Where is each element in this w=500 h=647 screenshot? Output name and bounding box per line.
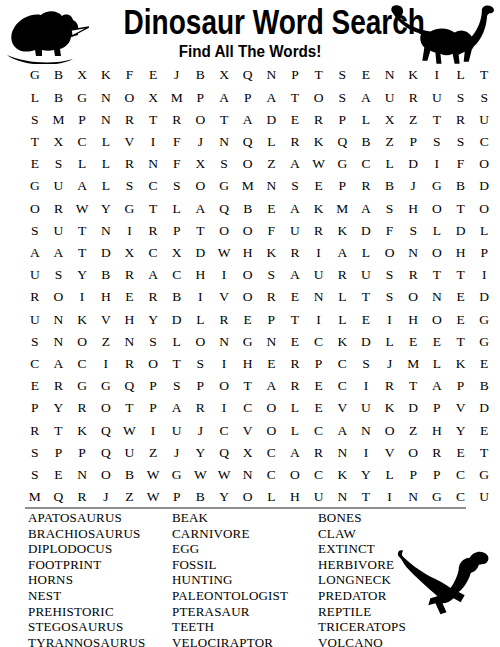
grid-cell-r7c2[interactable]: R [47, 197, 71, 219]
grid-cell-r14c12[interactable]: R [283, 353, 307, 375]
grid-cell-r10c6[interactable]: A [141, 264, 165, 286]
grid-cell-r9c19[interactable]: H [449, 242, 473, 264]
grid-cell-r16c4[interactable]: O [94, 397, 118, 419]
grid-cell-r20c20[interactable]: U [472, 486, 496, 508]
grid-cell-r15c13[interactable]: E [307, 375, 331, 397]
grid-cell-r9c9[interactable]: W [212, 242, 236, 264]
grid-cell-r20c19[interactable]: C [449, 486, 473, 508]
grid-cell-r18c14[interactable]: N [330, 441, 354, 463]
grid-cell-r15c7[interactable]: S [165, 375, 189, 397]
grid-cell-r12c7[interactable]: D [165, 308, 189, 330]
grid-cell-r2c19[interactable]: S [449, 86, 473, 108]
grid-cell-r1c12[interactable]: P [283, 64, 307, 86]
grid-cell-r13c9[interactable]: N [212, 330, 236, 352]
grid-cell-r18c11[interactable]: C [259, 441, 283, 463]
grid-cell-r10c3[interactable]: Y [70, 264, 94, 286]
grid-cell-r6c4[interactable]: L [94, 175, 118, 197]
grid-cell-r20c12[interactable]: H [283, 486, 307, 508]
grid-cell-r12c10[interactable]: E [236, 308, 260, 330]
grid-cell-r14c10[interactable]: H [236, 353, 260, 375]
grid-cell-r19c14[interactable]: K [330, 464, 354, 486]
grid-cell-r8c17[interactable]: S [401, 219, 425, 241]
grid-cell-r16c3[interactable]: R [70, 397, 94, 419]
grid-cell-r19c15[interactable]: Y [354, 464, 378, 486]
grid-cell-r18c8[interactable]: Y [189, 441, 213, 463]
grid-cell-r11c18[interactable]: N [425, 286, 449, 308]
grid-cell-r15c16[interactable]: R [378, 375, 402, 397]
grid-cell-r3c10[interactable]: A [236, 108, 260, 130]
grid-cell-r20c4[interactable]: J [94, 486, 118, 508]
grid-cell-r9c17[interactable]: N [401, 242, 425, 264]
grid-cell-r1c10[interactable]: Q [236, 64, 260, 86]
grid-cell-r14c7[interactable]: T [165, 353, 189, 375]
grid-cell-r7c6[interactable]: T [141, 197, 165, 219]
grid-cell-r2c17[interactable]: R [401, 86, 425, 108]
grid-cell-r18c16[interactable]: V [378, 441, 402, 463]
grid-cell-r10c5[interactable]: R [118, 264, 142, 286]
grid-cell-r11c1[interactable]: R [23, 286, 47, 308]
grid-cell-r15c20[interactable]: B [472, 375, 496, 397]
grid-cell-r19c4[interactable]: O [94, 464, 118, 486]
grid-cell-r9c15[interactable]: L [354, 242, 378, 264]
grid-cell-r7c17[interactable]: H [401, 197, 425, 219]
grid-cell-r13c5[interactable]: N [118, 330, 142, 352]
grid-cell-r3c8[interactable]: O [189, 108, 213, 130]
grid-cell-r2c6[interactable]: X [141, 86, 165, 108]
grid-cell-r4c4[interactable]: L [94, 131, 118, 153]
grid-cell-r1c11[interactable]: N [259, 64, 283, 86]
grid-cell-r19c2[interactable]: E [47, 464, 71, 486]
grid-cell-r2c9[interactable]: A [212, 86, 236, 108]
grid-cell-r5c4[interactable]: L [94, 153, 118, 175]
grid-cell-r12c19[interactable]: E [449, 308, 473, 330]
grid-cell-r12c3[interactable]: K [70, 308, 94, 330]
grid-cell-r7c3[interactable]: W [70, 197, 94, 219]
grid-cell-r8c18[interactable]: L [425, 219, 449, 241]
grid-cell-r7c12[interactable]: A [283, 197, 307, 219]
grid-cell-r13c12[interactable]: E [283, 330, 307, 352]
grid-cell-r17c5[interactable]: W [118, 419, 142, 441]
grid-cell-r14c8[interactable]: S [189, 353, 213, 375]
grid-cell-r17c3[interactable]: K [70, 419, 94, 441]
grid-cell-r14c15[interactable]: S [354, 353, 378, 375]
grid-cell-r16c18[interactable]: P [425, 397, 449, 419]
grid-cell-r1c1[interactable]: G [23, 64, 47, 86]
grid-cell-r19c6[interactable]: W [141, 464, 165, 486]
grid-cell-r18c9[interactable]: Q [212, 441, 236, 463]
grid-cell-r18c10[interactable]: X [236, 441, 260, 463]
grid-cell-r19c20[interactable]: G [472, 464, 496, 486]
grid-cell-r16c20[interactable]: D [472, 397, 496, 419]
grid-cell-r2c3[interactable]: G [70, 86, 94, 108]
grid-cell-r17c12[interactable]: L [283, 419, 307, 441]
grid-cell-r4c9[interactable]: N [212, 131, 236, 153]
grid-cell-r16c6[interactable]: P [141, 397, 165, 419]
grid-cell-r17c16[interactable]: O [378, 419, 402, 441]
grid-cell-r3c17[interactable]: Z [401, 108, 425, 130]
grid-cell-r12c15[interactable]: E [354, 308, 378, 330]
grid-cell-r14c20[interactable]: E [472, 353, 496, 375]
grid-cell-r5c2[interactable]: S [47, 153, 71, 175]
grid-cell-r13c16[interactable]: L [378, 330, 402, 352]
grid-cell-r3c3[interactable]: P [70, 108, 94, 130]
grid-cell-r15c9[interactable]: O [212, 375, 236, 397]
grid-cell-r2c7[interactable]: M [165, 86, 189, 108]
grid-cell-r3c16[interactable]: X [378, 108, 402, 130]
grid-cell-r12c4[interactable]: V [94, 308, 118, 330]
grid-cell-r8c20[interactable]: L [472, 219, 496, 241]
grid-cell-r13c13[interactable]: C [307, 330, 331, 352]
grid-cell-r12c1[interactable]: U [23, 308, 47, 330]
grid-cell-r6c2[interactable]: U [47, 175, 71, 197]
grid-cell-r4c16[interactable]: Z [378, 131, 402, 153]
grid-cell-r3c6[interactable]: T [141, 108, 165, 130]
grid-cell-r1c19[interactable]: L [449, 64, 473, 86]
grid-cell-r5c19[interactable]: F [449, 153, 473, 175]
grid-cell-r17c11[interactable]: O [259, 419, 283, 441]
grid-cell-r10c9[interactable]: I [212, 264, 236, 286]
grid-cell-r5c3[interactable]: L [70, 153, 94, 175]
grid-cell-r7c20[interactable]: O [472, 197, 496, 219]
grid-cell-r7c7[interactable]: L [165, 197, 189, 219]
grid-cell-r18c19[interactable]: E [449, 441, 473, 463]
grid-cell-r14c3[interactable]: C [70, 353, 94, 375]
grid-cell-r5c20[interactable]: O [472, 153, 496, 175]
grid-cell-r5c13[interactable]: W [307, 153, 331, 175]
grid-cell-r20c5[interactable]: Z [118, 486, 142, 508]
grid-cell-r8c12[interactable]: U [283, 219, 307, 241]
grid-cell-r16c15[interactable]: U [354, 397, 378, 419]
grid-cell-r1c2[interactable]: B [47, 64, 71, 86]
grid-cell-r20c7[interactable]: P [165, 486, 189, 508]
grid-cell-r5c7[interactable]: F [165, 153, 189, 175]
grid-cell-r9c2[interactable]: A [47, 242, 71, 264]
grid-cell-r14c11[interactable]: E [259, 353, 283, 375]
grid-cell-r15c17[interactable]: T [401, 375, 425, 397]
grid-cell-r10c19[interactable]: T [449, 264, 473, 286]
grid-cell-r20c6[interactable]: W [141, 486, 165, 508]
grid-cell-r9c8[interactable]: D [189, 242, 213, 264]
grid-cell-r5c8[interactable]: X [189, 153, 213, 175]
grid-cell-r13c18[interactable]: E [425, 330, 449, 352]
grid-cell-r8c19[interactable]: D [449, 219, 473, 241]
grid-cell-r16c17[interactable]: D [401, 397, 425, 419]
grid-cell-r7c14[interactable]: M [330, 197, 354, 219]
grid-cell-r11c11[interactable]: R [259, 286, 283, 308]
grid-cell-r19c1[interactable]: S [23, 464, 47, 486]
grid-cell-r4c15[interactable]: B [354, 131, 378, 153]
grid-cell-r3c7[interactable]: R [165, 108, 189, 130]
grid-cell-r6c11[interactable]: N [259, 175, 283, 197]
grid-cell-r16c11[interactable]: O [259, 397, 283, 419]
grid-cell-r12c16[interactable]: I [378, 308, 402, 330]
grid-cell-r16c16[interactable]: K [378, 397, 402, 419]
grid-cell-r20c18[interactable]: G [425, 486, 449, 508]
grid-cell-r8c15[interactable]: D [354, 219, 378, 241]
grid-cell-r6c3[interactable]: A [70, 175, 94, 197]
grid-cell-r1c17[interactable]: K [401, 64, 425, 86]
grid-cell-r17c2[interactable]: T [47, 419, 71, 441]
grid-cell-r7c4[interactable]: Y [94, 197, 118, 219]
grid-cell-r6c14[interactable]: P [330, 175, 354, 197]
grid-cell-r7c16[interactable]: S [378, 197, 402, 219]
grid-cell-r8c1[interactable]: S [23, 219, 47, 241]
grid-cell-r4c19[interactable]: S [449, 131, 473, 153]
grid-cell-r17c13[interactable]: C [307, 419, 331, 441]
grid-cell-r2c13[interactable]: O [307, 86, 331, 108]
grid-cell-r4c17[interactable]: P [401, 131, 425, 153]
grid-cell-r16c12[interactable]: L [283, 397, 307, 419]
grid-cell-r10c4[interactable]: B [94, 264, 118, 286]
grid-cell-r6c5[interactable]: S [118, 175, 142, 197]
grid-cell-r9c7[interactable]: X [165, 242, 189, 264]
grid-cell-r4c2[interactable]: X [47, 131, 71, 153]
grid-cell-r10c18[interactable]: T [425, 264, 449, 286]
grid-cell-r8c3[interactable]: T [70, 219, 94, 241]
grid-cell-r1c14[interactable]: S [330, 64, 354, 86]
grid-cell-r14c19[interactable]: K [449, 353, 473, 375]
grid-cell-r7c19[interactable]: T [449, 197, 473, 219]
grid-cell-r12c20[interactable]: G [472, 308, 496, 330]
grid-cell-r5c11[interactable]: Z [259, 153, 283, 175]
grid-cell-r7c1[interactable]: O [23, 197, 47, 219]
grid-cell-r12c17[interactable]: H [401, 308, 425, 330]
grid-cell-r6c6[interactable]: C [141, 175, 165, 197]
grid-cell-r13c6[interactable]: S [141, 330, 165, 352]
grid-cell-r19c13[interactable]: C [307, 464, 331, 486]
grid-cell-r16c1[interactable]: P [23, 397, 47, 419]
grid-cell-r17c15[interactable]: N [354, 419, 378, 441]
grid-cell-r2c11[interactable]: A [259, 86, 283, 108]
grid-cell-r13c8[interactable]: O [189, 330, 213, 352]
grid-cell-r5c10[interactable]: O [236, 153, 260, 175]
grid-cell-r13c15[interactable]: D [354, 330, 378, 352]
grid-cell-r13c2[interactable]: N [47, 330, 71, 352]
grid-cell-r6c10[interactable]: M [236, 175, 260, 197]
grid-cell-r10c14[interactable]: R [330, 264, 354, 286]
grid-cell-r18c15[interactable]: I [354, 441, 378, 463]
grid-cell-r13c11[interactable]: N [259, 330, 283, 352]
grid-cell-r1c13[interactable]: T [307, 64, 331, 86]
grid-cell-r5c5[interactable]: R [118, 153, 142, 175]
grid-cell-r14c4[interactable]: I [94, 353, 118, 375]
grid-cell-r9c3[interactable]: T [70, 242, 94, 264]
grid-cell-r13c4[interactable]: Z [94, 330, 118, 352]
grid-cell-r5c1[interactable]: E [23, 153, 47, 175]
grid-cell-r1c5[interactable]: F [118, 64, 142, 86]
grid-cell-r14c6[interactable]: O [141, 353, 165, 375]
grid-cell-r2c10[interactable]: P [236, 86, 260, 108]
grid-cell-r3c12[interactable]: E [283, 108, 307, 130]
grid-cell-r6c16[interactable]: B [378, 175, 402, 197]
grid-cell-r2c15[interactable]: A [354, 86, 378, 108]
grid-cell-r9c20[interactable]: P [472, 242, 496, 264]
grid-cell-r3c9[interactable]: T [212, 108, 236, 130]
grid-cell-r9c12[interactable]: R [283, 242, 307, 264]
grid-cell-r4c1[interactable]: T [23, 131, 47, 153]
grid-cell-r15c12[interactable]: R [283, 375, 307, 397]
grid-cell-r10c10[interactable]: O [236, 264, 260, 286]
grid-cell-r10c15[interactable]: U [354, 264, 378, 286]
grid-cell-r5c16[interactable]: L [378, 153, 402, 175]
grid-cell-r13c19[interactable]: T [449, 330, 473, 352]
grid-cell-r20c17[interactable]: N [401, 486, 425, 508]
grid-cell-r18c13[interactable]: R [307, 441, 331, 463]
grid-cell-r20c3[interactable]: R [70, 486, 94, 508]
grid-cell-r12c6[interactable]: Y [141, 308, 165, 330]
grid-cell-r3c1[interactable]: S [23, 108, 47, 130]
grid-cell-r16c10[interactable]: C [236, 397, 260, 419]
grid-cell-r8c13[interactable]: R [307, 219, 331, 241]
grid-cell-r13c14[interactable]: K [330, 330, 354, 352]
grid-cell-r2c5[interactable]: O [118, 86, 142, 108]
grid-cell-r10c16[interactable]: S [378, 264, 402, 286]
grid-cell-r12c14[interactable]: L [330, 308, 354, 330]
grid-cell-r4c20[interactable]: C [472, 131, 496, 153]
grid-cell-r11c20[interactable]: D [472, 286, 496, 308]
grid-cell-r13c3[interactable]: O [70, 330, 94, 352]
grid-cell-r6c12[interactable]: S [283, 175, 307, 197]
grid-cell-r1c7[interactable]: J [165, 64, 189, 86]
grid-cell-r11c3[interactable]: I [70, 286, 94, 308]
grid-cell-r2c12[interactable]: T [283, 86, 307, 108]
grid-cell-r2c4[interactable]: N [94, 86, 118, 108]
grid-cell-r6c9[interactable]: G [212, 175, 236, 197]
grid-cell-r13c17[interactable]: E [401, 330, 425, 352]
grid-cell-r15c5[interactable]: Q [118, 375, 142, 397]
grid-cell-r18c12[interactable]: A [283, 441, 307, 463]
grid-cell-r3c20[interactable]: U [472, 108, 496, 130]
grid-cell-r20c16[interactable]: I [378, 486, 402, 508]
grid-cell-r10c2[interactable]: S [47, 264, 71, 286]
grid-cell-r2c14[interactable]: S [330, 86, 354, 108]
grid-cell-r17c20[interactable]: E [472, 419, 496, 441]
grid-cell-r7c13[interactable]: K [307, 197, 331, 219]
grid-cell-r2c18[interactable]: U [425, 86, 449, 108]
grid-cell-r1c4[interactable]: K [94, 64, 118, 86]
grid-cell-r4c18[interactable]: S [425, 131, 449, 153]
grid-cell-r16c8[interactable]: R [189, 397, 213, 419]
grid-cell-r12c5[interactable]: H [118, 308, 142, 330]
grid-cell-r14c5[interactable]: R [118, 353, 142, 375]
grid-cell-r8c5[interactable]: I [118, 219, 142, 241]
grid-cell-r11c6[interactable]: R [141, 286, 165, 308]
grid-cell-r18c1[interactable]: S [23, 441, 47, 463]
grid-cell-r10c8[interactable]: H [189, 264, 213, 286]
grid-cell-r6c20[interactable]: D [472, 175, 496, 197]
grid-cell-r6c8[interactable]: O [189, 175, 213, 197]
grid-cell-r16c7[interactable]: A [165, 397, 189, 419]
grid-cell-r11c10[interactable]: O [236, 286, 260, 308]
grid-cell-r20c1[interactable]: M [23, 486, 47, 508]
grid-cell-r14c9[interactable]: I [212, 353, 236, 375]
grid-cell-r8c8[interactable]: T [189, 219, 213, 241]
grid-cell-r14c13[interactable]: P [307, 353, 331, 375]
grid-cell-r7c11[interactable]: E [259, 197, 283, 219]
grid-cell-r12c11[interactable]: P [259, 308, 283, 330]
grid-cell-r15c15[interactable]: I [354, 375, 378, 397]
grid-cell-r8c6[interactable]: R [141, 219, 165, 241]
grid-cell-r12c2[interactable]: N [47, 308, 71, 330]
grid-cell-r15c11[interactable]: A [259, 375, 283, 397]
grid-cell-r7c15[interactable]: A [354, 197, 378, 219]
grid-cell-r11c2[interactable]: O [47, 286, 71, 308]
grid-cell-r17c10[interactable]: V [236, 419, 260, 441]
grid-cell-r3c5[interactable]: R [118, 108, 142, 130]
grid-cell-r3c19[interactable]: R [449, 108, 473, 130]
grid-cell-r11c15[interactable]: T [354, 286, 378, 308]
grid-cell-r10c20[interactable]: I [472, 264, 496, 286]
grid-cell-r7c10[interactable]: B [236, 197, 260, 219]
grid-cell-r3c14[interactable]: P [330, 108, 354, 130]
grid-cell-r16c9[interactable]: I [212, 397, 236, 419]
grid-cell-r4c5[interactable]: V [118, 131, 142, 153]
grid-cell-r9c16[interactable]: O [378, 242, 402, 264]
grid-cell-r11c4[interactable]: H [94, 286, 118, 308]
grid-cell-r18c17[interactable]: O [401, 441, 425, 463]
grid-cell-r11c13[interactable]: N [307, 286, 331, 308]
grid-cell-r15c6[interactable]: P [141, 375, 165, 397]
grid-cell-r19c3[interactable]: N [70, 464, 94, 486]
grid-cell-r9c14[interactable]: A [330, 242, 354, 264]
grid-cell-r18c20[interactable]: T [472, 441, 496, 463]
grid-cell-r19c7[interactable]: G [165, 464, 189, 486]
grid-cell-r8c16[interactable]: F [378, 219, 402, 241]
grid-cell-r1c20[interactable]: T [472, 64, 496, 86]
grid-cell-r18c18[interactable]: R [425, 441, 449, 463]
grid-cell-r6c15[interactable]: R [354, 175, 378, 197]
grid-cell-r5c6[interactable]: N [141, 153, 165, 175]
grid-cell-r20c15[interactable]: T [354, 486, 378, 508]
grid-cell-r12c13[interactable]: I [307, 308, 331, 330]
grid-cell-r13c20[interactable]: G [472, 330, 496, 352]
grid-cell-r16c19[interactable]: V [449, 397, 473, 419]
grid-cell-r6c1[interactable]: G [23, 175, 47, 197]
grid-cell-r17c4[interactable]: Q [94, 419, 118, 441]
grid-cell-r11c7[interactable]: B [165, 286, 189, 308]
grid-cell-r15c19[interactable]: P [449, 375, 473, 397]
grid-cell-r4c7[interactable]: F [165, 131, 189, 153]
grid-cell-r11c19[interactable]: E [449, 286, 473, 308]
grid-cell-r8c7[interactable]: P [165, 219, 189, 241]
grid-cell-r9c6[interactable]: C [141, 242, 165, 264]
grid-cell-r5c14[interactable]: G [330, 153, 354, 175]
grid-cell-r4c8[interactable]: J [189, 131, 213, 153]
grid-cell-r12c9[interactable]: R [212, 308, 236, 330]
grid-cell-r1c6[interactable]: E [141, 64, 165, 86]
grid-cell-r9c13[interactable]: I [307, 242, 331, 264]
grid-cell-r9c10[interactable]: H [236, 242, 260, 264]
grid-cell-r5c9[interactable]: S [212, 153, 236, 175]
grid-cell-r7c8[interactable]: A [189, 197, 213, 219]
grid-cell-r20c9[interactable]: Y [212, 486, 236, 508]
grid-cell-r16c13[interactable]: E [307, 397, 331, 419]
grid-cell-r10c13[interactable]: U [307, 264, 331, 286]
grid-cell-r6c18[interactable]: G [425, 175, 449, 197]
grid-cell-r20c10[interactable]: O [236, 486, 260, 508]
grid-cell-r17c6[interactable]: I [141, 419, 165, 441]
grid-cell-r5c17[interactable]: D [401, 153, 425, 175]
grid-cell-r17c17[interactable]: Z [401, 419, 425, 441]
grid-cell-r10c7[interactable]: C [165, 264, 189, 286]
grid-cell-r19c5[interactable]: B [118, 464, 142, 486]
grid-cell-r12c18[interactable]: O [425, 308, 449, 330]
grid-cell-r15c18[interactable]: A [425, 375, 449, 397]
grid-cell-r4c6[interactable]: I [141, 131, 165, 153]
grid-cell-r20c2[interactable]: Q [47, 486, 71, 508]
grid-cell-r11c16[interactable]: S [378, 286, 402, 308]
grid-cell-r20c11[interactable]: L [259, 486, 283, 508]
